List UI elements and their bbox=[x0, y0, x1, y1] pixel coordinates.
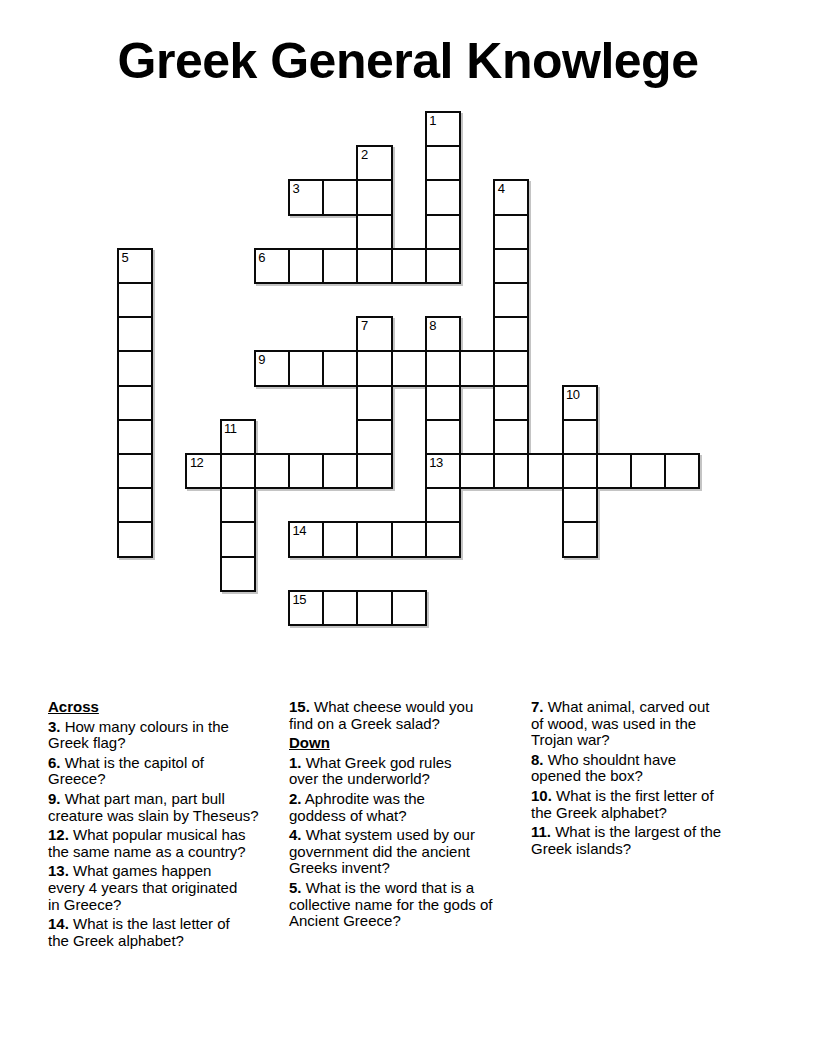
grid-cell[interactable] bbox=[322, 179, 358, 215]
grid-cell[interactable] bbox=[220, 556, 256, 592]
grid-cell[interactable] bbox=[425, 145, 461, 181]
clues-heading-down: Down bbox=[289, 735, 529, 752]
grid-cell[interactable] bbox=[459, 350, 495, 386]
clue-number: 11 bbox=[224, 422, 237, 435]
clue-15: 15. What cheese would you find on a Gree… bbox=[289, 699, 529, 732]
grid-cell[interactable] bbox=[356, 385, 392, 421]
clue-number-label: 11. bbox=[531, 823, 551, 840]
grid-cell[interactable] bbox=[459, 453, 495, 489]
clue-number-label: 2. bbox=[289, 790, 302, 807]
grid-cell[interactable]: 5 bbox=[117, 248, 153, 284]
clue-1: 1. What Greek god rules over the underwo… bbox=[289, 755, 529, 788]
clue-number: 14 bbox=[293, 524, 306, 537]
grid-cell[interactable] bbox=[425, 521, 461, 557]
grid-cell[interactable] bbox=[322, 350, 358, 386]
grid-cell[interactable] bbox=[288, 350, 324, 386]
grid-cell[interactable] bbox=[356, 350, 392, 386]
grid-cell[interactable] bbox=[220, 487, 256, 523]
grid-cell[interactable] bbox=[493, 453, 529, 489]
clue-number-label: 4. bbox=[289, 826, 302, 843]
grid-cell[interactable] bbox=[664, 453, 700, 489]
clue-number: 2 bbox=[361, 148, 368, 161]
grid-cell[interactable]: 3 bbox=[288, 179, 324, 215]
clues-heading-across: Across bbox=[48, 699, 288, 716]
grid-cell[interactable] bbox=[288, 453, 324, 489]
grid-cell[interactable]: 2 bbox=[356, 145, 392, 181]
clue-text: What animal, carved out of wood, was use… bbox=[531, 698, 709, 748]
grid-cell[interactable] bbox=[562, 487, 598, 523]
grid-cell[interactable] bbox=[117, 453, 153, 489]
clue-text: What part man, part bull creature was sl… bbox=[48, 790, 259, 824]
grid-cell[interactable] bbox=[322, 521, 358, 557]
clue-5: 5. What is the word that is a collective… bbox=[289, 880, 529, 930]
clue-text: What popular musical has the same name a… bbox=[48, 826, 246, 860]
clue-number: 6 bbox=[258, 251, 265, 264]
clue-number: 12 bbox=[190, 456, 203, 469]
grid-cell[interactable]: 7 bbox=[356, 316, 392, 352]
clue-number: 7 bbox=[361, 319, 368, 332]
clue-text: What is the last letter of the Greek alp… bbox=[48, 915, 230, 949]
clue-11: 11. What is the largest of the Greek isl… bbox=[531, 824, 771, 857]
grid-cell[interactable] bbox=[322, 590, 358, 626]
grid-cell[interactable] bbox=[562, 521, 598, 557]
grid-cell[interactable] bbox=[391, 521, 427, 557]
clue-number: 3 bbox=[293, 182, 300, 195]
clue-12: 12. What popular musical has the same na… bbox=[48, 827, 288, 860]
grid-cell[interactable] bbox=[391, 590, 427, 626]
grid-cell[interactable] bbox=[425, 214, 461, 250]
clue-text: What is the word that is a collective na… bbox=[289, 879, 492, 929]
grid-cell[interactable] bbox=[322, 248, 358, 284]
grid-cell[interactable]: 8 bbox=[425, 316, 461, 352]
grid-cell[interactable] bbox=[562, 419, 598, 455]
grid-cell[interactable] bbox=[356, 214, 392, 250]
clue-number: 5 bbox=[122, 251, 129, 264]
clue-number: 13 bbox=[429, 456, 442, 469]
clue-text: What Greek god rules over the underworld… bbox=[289, 754, 452, 788]
grid-cell[interactable] bbox=[425, 385, 461, 421]
clue-number-label: 10. bbox=[531, 787, 552, 804]
grid-cell[interactable] bbox=[493, 282, 529, 318]
grid-cell[interactable]: 4 bbox=[493, 179, 529, 215]
clues-column-3: 7. What animal, carved out of wood, was … bbox=[531, 699, 771, 860]
grid-cell[interactable] bbox=[288, 248, 324, 284]
grid-cell[interactable] bbox=[117, 350, 153, 386]
clue-number-label: 12. bbox=[48, 826, 69, 843]
clues-column-1: Across3. How many colours in the Greek f… bbox=[48, 699, 288, 952]
grid-cell[interactable] bbox=[356, 521, 392, 557]
grid-cell[interactable]: 10 bbox=[562, 385, 598, 421]
grid-cell[interactable] bbox=[117, 385, 153, 421]
grid-cell[interactable]: 13 bbox=[425, 453, 461, 489]
grid-cell[interactable]: 14 bbox=[288, 521, 324, 557]
clue-number: 4 bbox=[498, 182, 505, 195]
clue-7: 7. What animal, carved out of wood, was … bbox=[531, 699, 771, 749]
grid-cell[interactable] bbox=[356, 179, 392, 215]
grid-cell[interactable] bbox=[425, 487, 461, 523]
grid-cell[interactable] bbox=[493, 316, 529, 352]
clue-number: 9 bbox=[258, 353, 265, 366]
clue-text: Who shouldnt have opened the box? bbox=[531, 751, 676, 785]
clue-text: Aphrodite was the goddess of what? bbox=[289, 790, 425, 824]
grid-cell[interactable] bbox=[630, 453, 666, 489]
clue-2: 2. Aphrodite was the goddess of what? bbox=[289, 791, 529, 824]
grid-cell[interactable] bbox=[117, 282, 153, 318]
clue-number: 1 bbox=[429, 114, 436, 127]
clue-13: 13. What games happen every 4 years that… bbox=[48, 863, 288, 913]
clue-text: What system used by our government did t… bbox=[289, 826, 475, 876]
puzzle-page: Greek General Knowlege 12345678910111213… bbox=[0, 0, 816, 1056]
clue-number-label: 14. bbox=[48, 915, 69, 932]
grid-cell[interactable] bbox=[322, 453, 358, 489]
clue-number-label: 5. bbox=[289, 879, 302, 896]
grid-cell[interactable] bbox=[117, 521, 153, 557]
grid-cell[interactable] bbox=[493, 214, 529, 250]
grid-cell[interactable] bbox=[391, 248, 427, 284]
grid-cell[interactable] bbox=[356, 248, 392, 284]
grid-cell[interactable] bbox=[220, 521, 256, 557]
clue-number: 15 bbox=[293, 593, 306, 606]
clue-number-label: 9. bbox=[48, 790, 61, 807]
clue-4: 4. What system used by our government di… bbox=[289, 827, 529, 877]
grid-cell[interactable] bbox=[117, 419, 153, 455]
clue-number: 10 bbox=[566, 388, 579, 401]
grid-cell[interactable]: 6 bbox=[254, 248, 290, 284]
clue-text: What cheese would you find on a Greek sa… bbox=[289, 698, 473, 732]
grid-cell[interactable] bbox=[527, 453, 563, 489]
clue-6: 6. What is the capitol of Greece? bbox=[48, 755, 288, 788]
grid-cell[interactable] bbox=[356, 590, 392, 626]
grid-cell[interactable] bbox=[596, 453, 632, 489]
grid-cell[interactable]: 12 bbox=[185, 453, 221, 489]
grid-cell[interactable] bbox=[493, 419, 529, 455]
grid-cell[interactable] bbox=[220, 453, 256, 489]
clue-text: What is the first letter of the Greek al… bbox=[531, 787, 714, 821]
clue-number-label: 3. bbox=[48, 718, 61, 735]
grid-cell[interactable] bbox=[425, 419, 461, 455]
clue-text: What is the capitol of Greece? bbox=[48, 754, 204, 788]
clue-number-label: 13. bbox=[48, 862, 69, 879]
grid-cell[interactable]: 9 bbox=[254, 350, 290, 386]
clue-text: What is the largest of the Greek islands… bbox=[531, 823, 721, 857]
crossword-grid: 123456789101112131415 bbox=[0, 0, 816, 700]
grid-cell[interactable] bbox=[493, 385, 529, 421]
clue-3: 3. How many colours in the Greek flag? bbox=[48, 719, 288, 752]
clue-number-label: 8. bbox=[531, 751, 544, 768]
grid-cell[interactable] bbox=[391, 350, 427, 386]
grid-cell[interactable] bbox=[425, 248, 461, 284]
grid-cell[interactable] bbox=[493, 350, 529, 386]
grid-cell[interactable] bbox=[493, 248, 529, 284]
grid-cell[interactable] bbox=[425, 350, 461, 386]
clue-14: 14. What is the last letter of the Greek… bbox=[48, 916, 288, 949]
grid-cell[interactable]: 1 bbox=[425, 111, 461, 147]
grid-cell[interactable] bbox=[425, 179, 461, 215]
grid-cell[interactable] bbox=[562, 453, 598, 489]
clue-number: 8 bbox=[429, 319, 436, 332]
grid-cell[interactable] bbox=[117, 316, 153, 352]
clue-number-label: 15. bbox=[289, 698, 310, 715]
clues-column-2: 15. What cheese would you find on a Gree… bbox=[289, 699, 529, 933]
clue-text: What games happen every 4 years that ori… bbox=[48, 862, 237, 912]
clue-8: 8. Who shouldnt have opened the box? bbox=[531, 752, 771, 785]
grid-cell[interactable] bbox=[356, 419, 392, 455]
clue-10: 10. What is the first letter of the Gree… bbox=[531, 788, 771, 821]
grid-cell[interactable] bbox=[356, 453, 392, 489]
clue-9: 9. What part man, part bull creature was… bbox=[48, 791, 288, 824]
clue-text: How many colours in the Greek flag? bbox=[48, 718, 229, 752]
grid-cell[interactable]: 11 bbox=[220, 419, 256, 455]
clue-number-label: 7. bbox=[531, 698, 544, 715]
clue-number-label: 6. bbox=[48, 754, 61, 771]
clue-number-label: 1. bbox=[289, 754, 302, 771]
grid-cell[interactable]: 15 bbox=[288, 590, 324, 626]
grid-cell[interactable] bbox=[117, 487, 153, 523]
grid-cell[interactable] bbox=[254, 453, 290, 489]
